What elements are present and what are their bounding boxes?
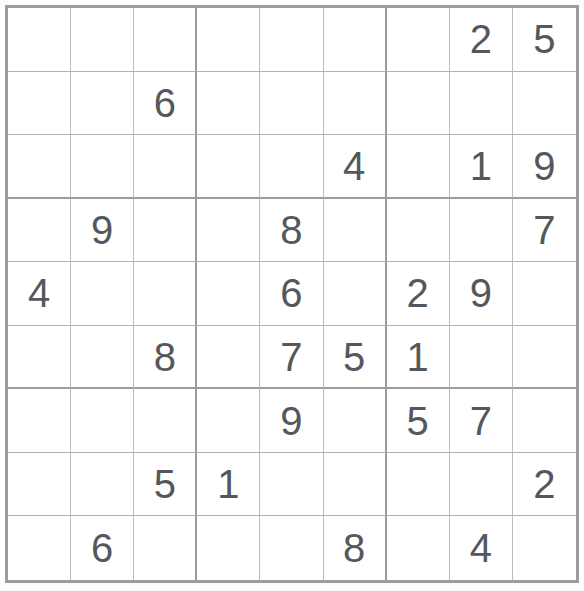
cell-r7c7[interactable]: 5 <box>387 389 450 453</box>
cell-r6c7[interactable]: 1 <box>387 326 450 390</box>
cell-r9c5[interactable] <box>260 516 323 580</box>
cell-r3c9[interactable]: 9 <box>513 135 576 199</box>
cell-r3c8[interactable]: 1 <box>450 135 513 199</box>
cell-r4c3[interactable] <box>134 199 197 263</box>
cell-r5c7[interactable]: 2 <box>387 262 450 326</box>
cell-r5c1[interactable]: 4 <box>8 262 71 326</box>
cell-r9c4[interactable] <box>197 516 260 580</box>
cell-r9c2[interactable]: 6 <box>71 516 134 580</box>
sudoku-page: 2 5 6 4 1 9 9 8 7 4 6 2 9 <box>0 0 584 591</box>
cell-r9c1[interactable] <box>8 516 71 580</box>
cell-r6c1[interactable] <box>8 326 71 390</box>
cell-r5c9[interactable] <box>513 262 576 326</box>
cell-r3c2[interactable] <box>71 135 134 199</box>
cell-r9c8[interactable]: 4 <box>450 516 513 580</box>
cell-r7c9[interactable] <box>513 389 576 453</box>
cell-r8c2[interactable] <box>71 453 134 517</box>
cell-r8c5[interactable] <box>260 453 323 517</box>
cell-r7c3[interactable] <box>134 389 197 453</box>
cell-r1c2[interactable] <box>71 8 134 72</box>
cell-r2c8[interactable] <box>450 72 513 136</box>
cell-r4c7[interactable] <box>387 199 450 263</box>
cell-r6c9[interactable] <box>513 326 576 390</box>
cell-r6c8[interactable] <box>450 326 513 390</box>
cell-r7c4[interactable] <box>197 389 260 453</box>
cell-r2c3[interactable]: 6 <box>134 72 197 136</box>
cell-r5c2[interactable] <box>71 262 134 326</box>
cell-r7c2[interactable] <box>71 389 134 453</box>
sudoku-board: 2 5 6 4 1 9 9 8 7 4 6 2 9 <box>5 5 579 583</box>
cell-r3c4[interactable] <box>197 135 260 199</box>
cell-r2c7[interactable] <box>387 72 450 136</box>
cell-r1c7[interactable] <box>387 8 450 72</box>
cell-r5c3[interactable] <box>134 262 197 326</box>
cell-r9c7[interactable] <box>387 516 450 580</box>
cell-r2c6[interactable] <box>324 72 387 136</box>
cell-r7c8[interactable]: 7 <box>450 389 513 453</box>
cell-r6c6[interactable]: 5 <box>324 326 387 390</box>
cell-r1c8[interactable]: 2 <box>450 8 513 72</box>
cell-r9c9[interactable] <box>513 516 576 580</box>
cell-r4c2[interactable]: 9 <box>71 199 134 263</box>
cell-r2c2[interactable] <box>71 72 134 136</box>
cell-r5c4[interactable] <box>197 262 260 326</box>
cell-r9c6[interactable]: 8 <box>324 516 387 580</box>
cell-r4c4[interactable] <box>197 199 260 263</box>
cell-r1c1[interactable] <box>8 8 71 72</box>
cell-r4c6[interactable] <box>324 199 387 263</box>
cell-r9c3[interactable] <box>134 516 197 580</box>
cell-r1c4[interactable] <box>197 8 260 72</box>
cell-r6c2[interactable] <box>71 326 134 390</box>
cell-r1c9[interactable]: 5 <box>513 8 576 72</box>
cell-r1c3[interactable] <box>134 8 197 72</box>
cell-r8c9[interactable]: 2 <box>513 453 576 517</box>
cell-r6c4[interactable] <box>197 326 260 390</box>
cell-r2c5[interactable] <box>260 72 323 136</box>
cell-r7c1[interactable] <box>8 389 71 453</box>
cell-r2c1[interactable] <box>8 72 71 136</box>
cell-r7c5[interactable]: 9 <box>260 389 323 453</box>
cell-r4c9[interactable]: 7 <box>513 199 576 263</box>
cell-r3c5[interactable] <box>260 135 323 199</box>
cell-r2c9[interactable] <box>513 72 576 136</box>
cell-r3c7[interactable] <box>387 135 450 199</box>
cell-r8c3[interactable]: 5 <box>134 453 197 517</box>
cell-r8c7[interactable] <box>387 453 450 517</box>
cell-r4c1[interactable] <box>8 199 71 263</box>
cell-r3c6[interactable]: 4 <box>324 135 387 199</box>
cell-r4c5[interactable]: 8 <box>260 199 323 263</box>
cell-r7c6[interactable] <box>324 389 387 453</box>
cell-r3c3[interactable] <box>134 135 197 199</box>
cell-r3c1[interactable] <box>8 135 71 199</box>
cell-r4c8[interactable] <box>450 199 513 263</box>
cell-r5c6[interactable] <box>324 262 387 326</box>
cell-r6c3[interactable]: 8 <box>134 326 197 390</box>
cell-r6c5[interactable]: 7 <box>260 326 323 390</box>
cell-r8c1[interactable] <box>8 453 71 517</box>
cell-r8c4[interactable]: 1 <box>197 453 260 517</box>
cell-r8c8[interactable] <box>450 453 513 517</box>
cell-r5c8[interactable]: 9 <box>450 262 513 326</box>
cell-r8c6[interactable] <box>324 453 387 517</box>
cell-r5c5[interactable]: 6 <box>260 262 323 326</box>
cell-r2c4[interactable] <box>197 72 260 136</box>
cell-r1c5[interactable] <box>260 8 323 72</box>
cell-r1c6[interactable] <box>324 8 387 72</box>
